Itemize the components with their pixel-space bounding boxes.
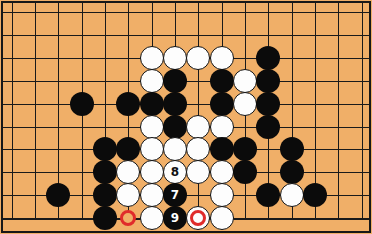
black-stone — [93, 206, 117, 230]
black-stone — [163, 115, 187, 139]
black-stone — [256, 115, 280, 139]
black-stone — [46, 183, 70, 207]
white-stone — [140, 69, 164, 93]
black-stone — [163, 92, 187, 116]
circle-marker-on-stone — [190, 210, 206, 226]
black-stone — [256, 183, 280, 207]
black-stone — [140, 92, 164, 116]
white-stone — [210, 160, 234, 184]
black-stone — [210, 137, 234, 161]
black-stone — [233, 137, 257, 161]
white-stone — [210, 115, 234, 139]
black-stone — [210, 69, 234, 93]
white-stone — [140, 137, 164, 161]
black-stone: 7 — [163, 183, 187, 207]
grid-line-vertical — [198, 3, 199, 220]
black-stone — [93, 183, 117, 207]
black-stone — [280, 160, 304, 184]
white-stone — [186, 137, 210, 161]
white-stone — [116, 183, 140, 207]
black-stone — [116, 137, 140, 161]
black-stone — [303, 183, 327, 207]
black-stone — [280, 137, 304, 161]
white-stone — [280, 183, 304, 207]
black-stone — [256, 46, 280, 70]
black-stone — [93, 160, 117, 184]
black-stone — [93, 137, 117, 161]
white-stone — [210, 206, 234, 230]
white-stone — [163, 46, 187, 70]
black-stone — [256, 69, 280, 93]
move-number-label: 9 — [171, 212, 179, 224]
white-stone — [210, 183, 234, 207]
grid-line-vertical — [35, 3, 36, 220]
white-stone — [140, 206, 164, 230]
grid-line-vertical — [362, 3, 363, 220]
white-stone — [233, 92, 257, 116]
white-stone — [186, 46, 210, 70]
black-stone — [116, 92, 140, 116]
white-stone — [186, 115, 210, 139]
black-stone — [210, 92, 234, 116]
white-stone — [233, 69, 257, 93]
grid-line-vertical — [338, 3, 339, 220]
go-board-diagram: 879 — [0, 0, 372, 234]
white-stone — [140, 160, 164, 184]
black-stone — [70, 92, 94, 116]
white-stone — [163, 137, 187, 161]
black-stone — [256, 92, 280, 116]
white-stone — [140, 183, 164, 207]
black-stone — [233, 160, 257, 184]
move-number-label: 8 — [171, 166, 179, 178]
white-stone — [210, 46, 234, 70]
white-stone: 8 — [163, 160, 187, 184]
move-number-label: 7 — [171, 189, 179, 201]
grid-line-vertical — [12, 3, 13, 220]
black-stone — [163, 69, 187, 93]
circle-marker-empty-point — [120, 210, 136, 226]
white-stone — [116, 160, 140, 184]
black-stone: 9 — [163, 206, 187, 230]
white-stone — [140, 46, 164, 70]
white-stone — [140, 115, 164, 139]
white-stone — [186, 160, 210, 184]
